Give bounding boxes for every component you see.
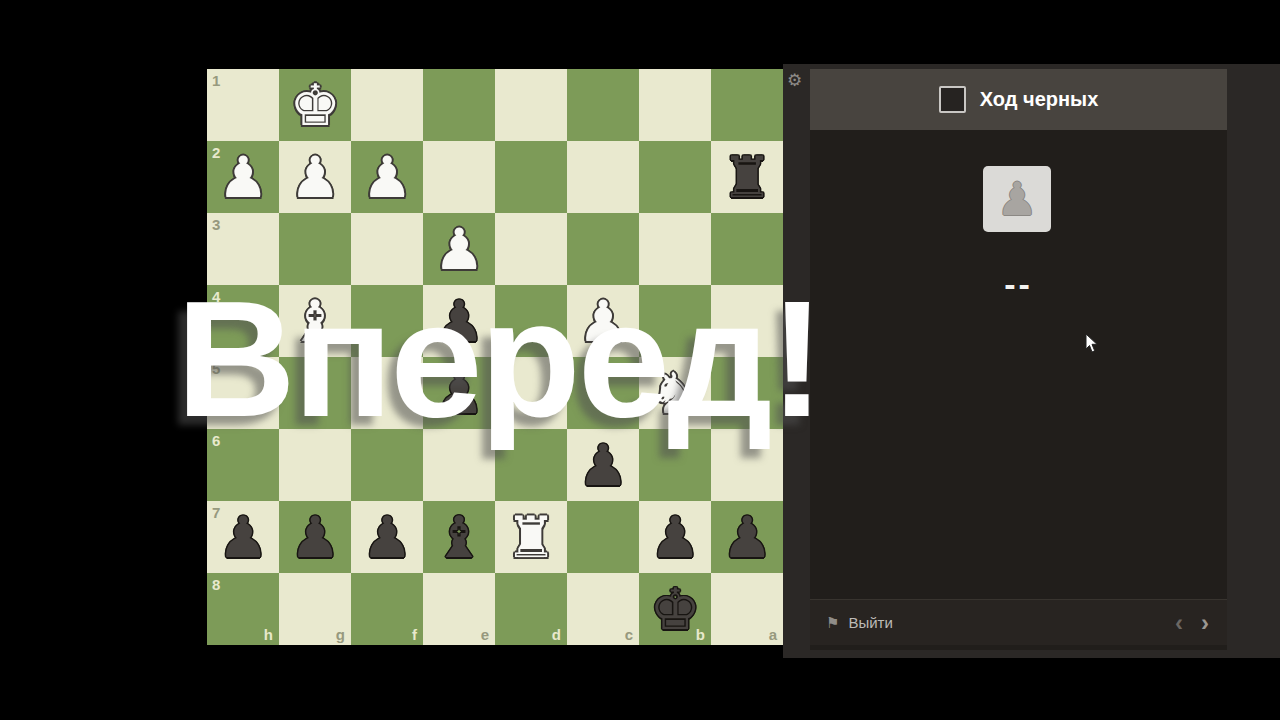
square-e7[interactable]: ♝ <box>423 501 495 573</box>
rank-label-7: 7 <box>212 504 220 521</box>
square-a1[interactable] <box>711 69 783 141</box>
square-e6[interactable] <box>423 429 495 501</box>
square-d7[interactable]: ♜ <box>495 501 567 573</box>
file-label-e: e <box>481 626 489 643</box>
square-a4[interactable] <box>711 285 783 357</box>
square-a7[interactable]: ♟ <box>711 501 783 573</box>
rank-label-2: 2 <box>212 144 220 161</box>
file-label-b: b <box>696 626 705 643</box>
rank-label-3: 3 <box>212 216 220 233</box>
square-h5[interactable]: 5 <box>207 357 279 429</box>
square-h4[interactable]: 4 <box>207 285 279 357</box>
rank-label-5: 5 <box>212 360 220 377</box>
file-label-f: f <box>412 626 417 643</box>
turn-indicator: Ход черных <box>810 69 1227 130</box>
square-g7[interactable]: ♟ <box>279 501 351 573</box>
square-b3[interactable] <box>639 213 711 285</box>
black-pawn-e4: ♟ <box>423 285 495 357</box>
square-c4[interactable]: ♟ <box>567 285 639 357</box>
black-pawn-f7: ♟ <box>351 501 423 573</box>
square-d2[interactable] <box>495 141 567 213</box>
square-f1[interactable] <box>351 69 423 141</box>
square-h6[interactable]: 6 <box>207 429 279 501</box>
white-bishop-g4: ♝ <box>279 285 351 357</box>
file-label-c: c <box>625 626 633 643</box>
rank-label-6: 6 <box>212 432 220 449</box>
square-f3[interactable] <box>351 213 423 285</box>
file-label-g: g <box>336 626 345 643</box>
file-label-a: a <box>769 626 777 643</box>
square-e3[interactable]: ♟ <box>423 213 495 285</box>
square-a8[interactable]: a <box>711 573 783 645</box>
square-h1[interactable]: 1 <box>207 69 279 141</box>
square-g1[interactable]: ♚ <box>279 69 351 141</box>
prev-move-button[interactable]: ‹ <box>1175 611 1183 635</box>
square-c2[interactable] <box>567 141 639 213</box>
square-b8[interactable]: b♚ <box>639 573 711 645</box>
captured-piece-card: ♟ <box>983 166 1051 232</box>
square-g5[interactable] <box>279 357 351 429</box>
square-d3[interactable] <box>495 213 567 285</box>
square-c5[interactable] <box>567 357 639 429</box>
turn-label: Ход черных <box>980 88 1099 111</box>
square-a2[interactable]: ♜ <box>711 141 783 213</box>
square-h2[interactable]: 2♟ <box>207 141 279 213</box>
black-pawn-e5: ♟ <box>423 357 495 429</box>
square-e4[interactable]: ♟ <box>423 285 495 357</box>
black-pawn-a7: ♟ <box>711 501 783 573</box>
square-e1[interactable] <box>423 69 495 141</box>
square-f7[interactable]: ♟ <box>351 501 423 573</box>
move-list-empty: -- <box>810 265 1227 304</box>
white-pawn-f2: ♟ <box>351 141 423 213</box>
black-bishop-e7: ♝ <box>423 501 495 573</box>
square-g8[interactable]: g <box>279 573 351 645</box>
square-f2[interactable]: ♟ <box>351 141 423 213</box>
exit-label: Выйти <box>848 614 892 631</box>
white-pawn-c4: ♟ <box>567 285 639 357</box>
captured-white-pawn-icon: ♟ <box>996 172 1037 226</box>
square-g3[interactable] <box>279 213 351 285</box>
square-a6[interactable] <box>711 429 783 501</box>
flag-icon: ⚑ <box>826 614 839 632</box>
white-rook-d7: ♜ <box>495 501 567 573</box>
rank-label-1: 1 <box>212 72 220 89</box>
file-label-d: d <box>552 626 561 643</box>
square-b4[interactable] <box>639 285 711 357</box>
square-a3[interactable] <box>711 213 783 285</box>
square-b5[interactable]: ♞ <box>639 357 711 429</box>
game-side-panel: Ход черных ♟ -- ⚑ Выйти ‹ › <box>810 69 1227 650</box>
square-g4[interactable]: ♝ <box>279 285 351 357</box>
square-b2[interactable] <box>639 141 711 213</box>
square-c1[interactable] <box>567 69 639 141</box>
black-turn-square-icon <box>939 86 966 113</box>
square-e2[interactable] <box>423 141 495 213</box>
white-king-g1: ♚ <box>279 69 351 141</box>
square-h3[interactable]: 3 <box>207 213 279 285</box>
chess-board[interactable]: 1♚2♟♟♟♜3♟4♝♟♟5♟♞6♟7♟♟♟♝♜♟♟8hgfedcb♚a <box>207 69 783 645</box>
exit-button[interactable]: ⚑ Выйти <box>826 614 893 632</box>
square-c8[interactable]: c <box>567 573 639 645</box>
square-f5[interactable] <box>351 357 423 429</box>
black-pawn-c6: ♟ <box>567 429 639 501</box>
white-knight-b5: ♞ <box>639 357 711 429</box>
square-f6[interactable] <box>351 429 423 501</box>
square-h7[interactable]: 7♟ <box>207 501 279 573</box>
square-d1[interactable] <box>495 69 567 141</box>
black-rook-a2: ♜ <box>711 141 783 213</box>
square-d5[interactable] <box>495 357 567 429</box>
white-pawn-g2: ♟ <box>279 141 351 213</box>
square-c7[interactable] <box>567 501 639 573</box>
square-d4[interactable] <box>495 285 567 357</box>
square-b7[interactable]: ♟ <box>639 501 711 573</box>
next-move-button[interactable]: › <box>1201 611 1209 635</box>
square-g2[interactable]: ♟ <box>279 141 351 213</box>
white-pawn-e3: ♟ <box>423 213 495 285</box>
file-label-h: h <box>264 626 273 643</box>
settings-gear-icon[interactable]: ⚙ <box>787 70 802 91</box>
move-navigation: ‹ › <box>1175 611 1209 635</box>
square-e8[interactable]: e <box>423 573 495 645</box>
square-d6[interactable] <box>495 429 567 501</box>
rank-label-4: 4 <box>212 288 220 305</box>
square-c6[interactable]: ♟ <box>567 429 639 501</box>
square-b6[interactable] <box>639 429 711 501</box>
square-f8[interactable]: f <box>351 573 423 645</box>
square-c3[interactable] <box>567 213 639 285</box>
square-a5[interactable] <box>711 357 783 429</box>
black-pawn-g7: ♟ <box>279 501 351 573</box>
square-f4[interactable] <box>351 285 423 357</box>
panel-footer: ⚑ Выйти ‹ › <box>810 599 1227 645</box>
rank-label-8: 8 <box>212 576 220 593</box>
square-d8[interactable]: d <box>495 573 567 645</box>
square-e5[interactable]: ♟ <box>423 357 495 429</box>
square-g6[interactable] <box>279 429 351 501</box>
black-pawn-b7: ♟ <box>639 501 711 573</box>
square-b1[interactable] <box>639 69 711 141</box>
square-h8[interactable]: 8h <box>207 573 279 645</box>
